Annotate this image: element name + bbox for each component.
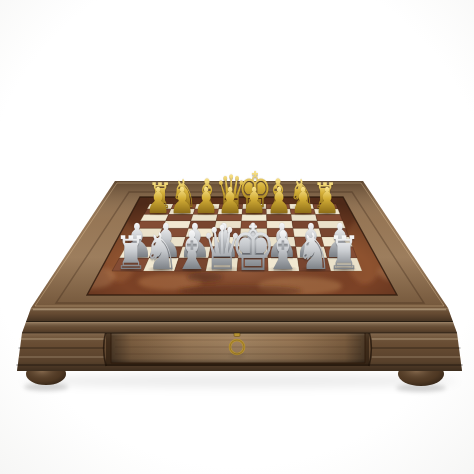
square-a2 (119, 247, 154, 258)
square-g2 (296, 247, 327, 258)
square-d7 (218, 209, 243, 215)
square-g5 (292, 221, 319, 229)
square-g7 (290, 209, 315, 215)
square-b5 (162, 221, 191, 229)
square-e6 (242, 215, 267, 221)
square-d5 (215, 221, 242, 229)
square-d2 (209, 247, 240, 258)
chess-case (0, 0, 474, 474)
square-c2 (179, 247, 211, 258)
square-b4 (159, 228, 189, 237)
square-f1 (268, 258, 300, 271)
square-h2 (324, 247, 357, 258)
square-h7 (314, 209, 340, 215)
square-g6 (291, 215, 317, 221)
square-g8 (290, 204, 315, 209)
square-e4 (240, 228, 267, 237)
frame-front-edge (26, 308, 453, 322)
square-d6 (216, 215, 242, 221)
square-a7 (144, 209, 171, 215)
square-c6 (191, 215, 218, 221)
product-photo-scene: ♜♞♝♛♚♝♞♜♟♟♟♟♟♟♟♟♟♟♟♟♟♟♟♟♜♞♝♛♚♝♞♜ (0, 0, 474, 474)
square-g4 (293, 228, 322, 237)
square-d8 (219, 204, 243, 209)
square-c1 (175, 258, 209, 271)
square-e2 (238, 247, 268, 258)
square-b7 (169, 209, 195, 215)
square-a5 (136, 221, 166, 229)
square-g3 (294, 237, 324, 247)
square-d1 (206, 258, 238, 271)
square-d4 (213, 228, 241, 237)
storage-drawer (104, 331, 372, 366)
square-g1 (298, 258, 331, 271)
square-f4 (267, 228, 294, 237)
square-b6 (166, 215, 193, 221)
square-c8 (195, 204, 220, 209)
square-f8 (266, 204, 290, 209)
square-h8 (313, 204, 338, 209)
square-a6 (140, 215, 168, 221)
square-e7 (242, 209, 267, 215)
square-e3 (239, 237, 267, 247)
case-contact-shadow (22, 374, 458, 388)
square-c5 (189, 221, 217, 229)
base-step-band (22, 322, 457, 333)
square-h3 (322, 237, 353, 247)
square-b3 (154, 237, 186, 247)
square-f3 (267, 237, 296, 247)
square-a4 (131, 228, 162, 237)
square-c4 (186, 228, 215, 237)
square-h1 (327, 258, 362, 271)
square-e8 (243, 204, 267, 209)
square-b2 (149, 247, 182, 258)
square-d3 (211, 237, 240, 247)
square-e5 (241, 221, 267, 229)
square-e1 (237, 258, 268, 271)
square-b8 (171, 204, 196, 209)
square-f7 (266, 209, 291, 215)
square-c7 (193, 209, 219, 215)
square-b1 (143, 258, 179, 271)
square-a8 (147, 204, 173, 209)
square-f6 (267, 215, 292, 221)
checkerboard (112, 204, 362, 271)
square-c3 (183, 237, 213, 247)
square-f2 (268, 247, 298, 258)
square-f5 (267, 221, 293, 229)
square-h5 (317, 221, 345, 229)
square-h4 (319, 228, 349, 237)
square-a3 (126, 237, 159, 247)
square-h6 (316, 215, 343, 221)
